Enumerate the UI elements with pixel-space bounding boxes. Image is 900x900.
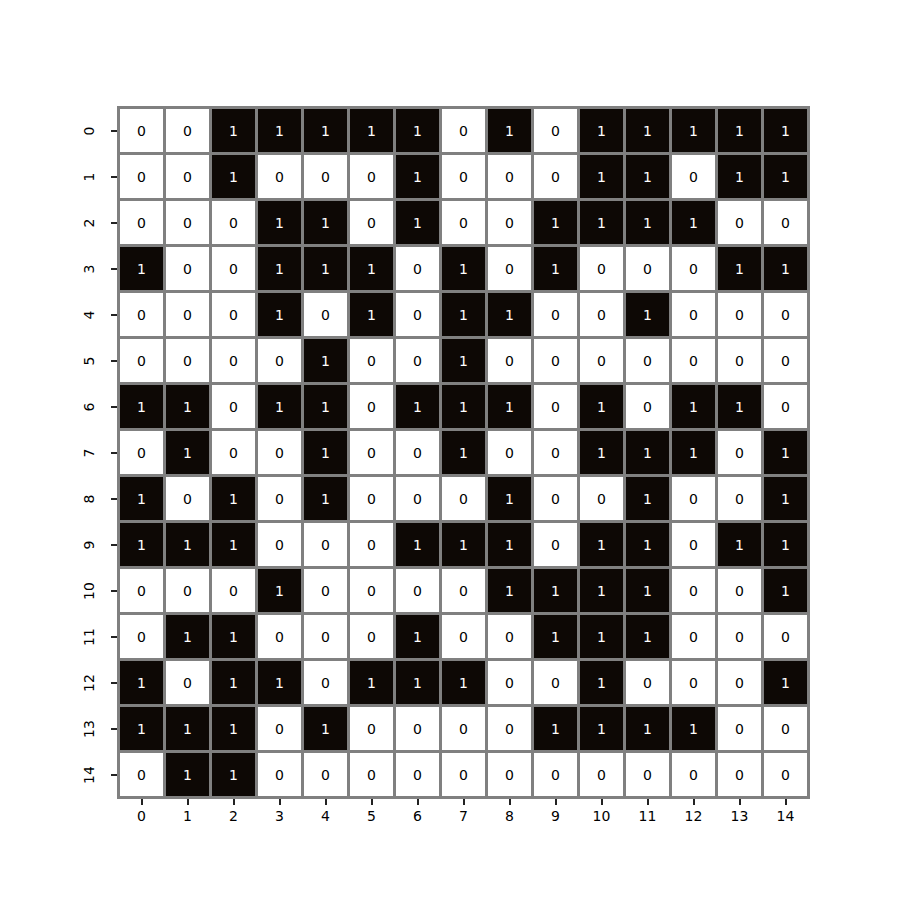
grid-cell-r1c8: 0 [488, 155, 531, 198]
grid-cell-r8c11: 1 [626, 477, 669, 520]
grid-cell-r4c3: 1 [258, 293, 301, 336]
grid-cell-r3c12: 0 [672, 247, 715, 290]
grid-cell-r14c9: 0 [534, 753, 577, 796]
grid-cell-r2c11: 1 [626, 201, 669, 244]
grid-cell-r14c11: 0 [626, 753, 669, 796]
col-tick-1 [187, 799, 189, 805]
grid-cell-r6c0: 1 [120, 385, 163, 428]
grid-cell-r12c9: 0 [534, 661, 577, 704]
grid-cell-r9c3: 0 [258, 523, 301, 566]
grid-cell-r9c11: 1 [626, 523, 669, 566]
grid-cell-r8c12: 0 [672, 477, 715, 520]
grid-cell-r3c5: 1 [350, 247, 393, 290]
grid-cell-r3c10: 0 [580, 247, 623, 290]
col-label-14: 14 [770, 807, 802, 825]
row-label-7: 7 [81, 438, 97, 468]
grid-cell-r9c9: 0 [534, 523, 577, 566]
grid-cell-r8c10: 0 [580, 477, 623, 520]
col-label-5: 5 [356, 807, 388, 825]
grid-cell-r14c14: 0 [764, 753, 807, 796]
grid-cell-r10c6: 0 [396, 569, 439, 612]
grid-cell-r10c3: 1 [258, 569, 301, 612]
grid-cell-r4c14: 0 [764, 293, 807, 336]
grid-cell-r0c4: 1 [304, 109, 347, 152]
figure-canvas: 0011111010111110010001000110110001101001… [0, 0, 900, 900]
row-label-8: 8 [81, 484, 97, 514]
grid-cell-r7c5: 0 [350, 431, 393, 474]
grid-cell-r6c1: 1 [166, 385, 209, 428]
grid-cell-r4c6: 0 [396, 293, 439, 336]
grid-cell-r0c2: 1 [212, 109, 255, 152]
col-tick-7 [463, 799, 465, 805]
grid-cell-r7c8: 0 [488, 431, 531, 474]
grid-cell-r9c12: 0 [672, 523, 715, 566]
row-label-0: 0 [81, 116, 97, 146]
grid-cell-r12c0: 1 [120, 661, 163, 704]
grid-cell-r8c7: 0 [442, 477, 485, 520]
grid-cell-r14c12: 0 [672, 753, 715, 796]
row-label-10: 10 [81, 576, 97, 606]
grid-cell-r0c13: 1 [718, 109, 761, 152]
row-label-9: 9 [81, 530, 97, 560]
grid-cell-r4c8: 1 [488, 293, 531, 336]
grid-cell-r2c3: 1 [258, 201, 301, 244]
grid-cell-r8c2: 1 [212, 477, 255, 520]
grid-cell-r2c0: 0 [120, 201, 163, 244]
col-label-2: 2 [218, 807, 250, 825]
row-tick-12 [111, 682, 117, 684]
grid-cell-r13c12: 1 [672, 707, 715, 750]
col-tick-10 [601, 799, 603, 805]
row-tick-5 [111, 360, 117, 362]
grid-cell-r11c7: 0 [442, 615, 485, 658]
row-tick-3 [111, 268, 117, 270]
grid-cell-r14c5: 0 [350, 753, 393, 796]
grid-cell-r1c11: 1 [626, 155, 669, 198]
col-tick-9 [555, 799, 557, 805]
grid-cell-r12c14: 1 [764, 661, 807, 704]
col-label-13: 13 [724, 807, 756, 825]
grid-cell-r4c12: 0 [672, 293, 715, 336]
grid-cell-r8c5: 0 [350, 477, 393, 520]
grid-cell-r5c10: 0 [580, 339, 623, 382]
grid-cell-r7c2: 0 [212, 431, 255, 474]
grid-cell-r7c9: 0 [534, 431, 577, 474]
row-tick-10 [111, 590, 117, 592]
grid-cell-r13c4: 1 [304, 707, 347, 750]
grid-cell-r6c11: 0 [626, 385, 669, 428]
grid-cell-r6c12: 1 [672, 385, 715, 428]
grid-cell-r14c7: 0 [442, 753, 485, 796]
grid-cell-r1c12: 0 [672, 155, 715, 198]
grid-cell-r3c2: 0 [212, 247, 255, 290]
grid-cell-r10c13: 0 [718, 569, 761, 612]
grid-cell-r5c9: 0 [534, 339, 577, 382]
grid-cell-r9c0: 1 [120, 523, 163, 566]
grid-cell-r11c12: 0 [672, 615, 715, 658]
col-tick-12 [693, 799, 695, 805]
col-label-3: 3 [264, 807, 296, 825]
grid-cell-r3c11: 0 [626, 247, 669, 290]
col-tick-2 [233, 799, 235, 805]
grid-cell-r12c8: 0 [488, 661, 531, 704]
grid-cell-r3c8: 0 [488, 247, 531, 290]
grid-cell-r7c1: 1 [166, 431, 209, 474]
grid-cell-r0c5: 1 [350, 109, 393, 152]
grid-cell-r0c1: 0 [166, 109, 209, 152]
row-tick-2 [111, 222, 117, 224]
grid-cell-r9c7: 1 [442, 523, 485, 566]
grid-cell-r2c8: 0 [488, 201, 531, 244]
grid-cell-r0c7: 0 [442, 109, 485, 152]
grid-cell-r0c12: 1 [672, 109, 715, 152]
grid-cell-r9c13: 1 [718, 523, 761, 566]
grid-cell-r0c9: 0 [534, 109, 577, 152]
grid-cell-r12c13: 0 [718, 661, 761, 704]
grid-cell-r0c11: 1 [626, 109, 669, 152]
grid-cell-r10c8: 1 [488, 569, 531, 612]
grid-cell-r4c0: 0 [120, 293, 163, 336]
col-label-4: 4 [310, 807, 342, 825]
row-tick-8 [111, 498, 117, 500]
col-tick-0 [141, 799, 143, 805]
col-label-10: 10 [586, 807, 618, 825]
grid-cell-r3c13: 1 [718, 247, 761, 290]
grid-cell-r10c9: 1 [534, 569, 577, 612]
col-tick-6 [417, 799, 419, 805]
grid-cell-r7c6: 0 [396, 431, 439, 474]
row-tick-6 [111, 406, 117, 408]
grid-cell-r13c11: 1 [626, 707, 669, 750]
grid-cell-r11c0: 0 [120, 615, 163, 658]
grid-cell-r13c2: 1 [212, 707, 255, 750]
grid-cell-r14c0: 0 [120, 753, 163, 796]
grid-cell-r4c10: 0 [580, 293, 623, 336]
grid-cell-r6c5: 0 [350, 385, 393, 428]
row-label-5: 5 [81, 346, 97, 376]
grid-cell-r3c7: 1 [442, 247, 485, 290]
grid-cell-r12c2: 1 [212, 661, 255, 704]
grid-cell-r13c6: 0 [396, 707, 439, 750]
grid-cell-r8c1: 0 [166, 477, 209, 520]
grid-cell-r6c9: 0 [534, 385, 577, 428]
grid-cell-r3c9: 1 [534, 247, 577, 290]
col-label-1: 1 [172, 807, 204, 825]
grid-cell-r0c14: 1 [764, 109, 807, 152]
row-label-12: 12 [81, 668, 97, 698]
grid-cell-r6c3: 1 [258, 385, 301, 428]
row-label-2: 2 [81, 208, 97, 238]
grid-cell-r6c6: 1 [396, 385, 439, 428]
grid-cell-r3c0: 1 [120, 247, 163, 290]
col-tick-5 [371, 799, 373, 805]
row-tick-1 [111, 176, 117, 178]
grid-cell-r5c12: 0 [672, 339, 715, 382]
grid-cell-r8c4: 1 [304, 477, 347, 520]
grid-cell-r8c9: 0 [534, 477, 577, 520]
grid-cell-r1c13: 1 [718, 155, 761, 198]
grid-cell-r2c9: 1 [534, 201, 577, 244]
grid-cell-r10c4: 0 [304, 569, 347, 612]
grid-cell-r4c7: 1 [442, 293, 485, 336]
row-label-4: 4 [81, 300, 97, 330]
grid-cell-r5c14: 0 [764, 339, 807, 382]
grid-cell-r11c8: 0 [488, 615, 531, 658]
grid-cell-r3c6: 0 [396, 247, 439, 290]
grid-cell-r6c14: 0 [764, 385, 807, 428]
grid-cell-r6c13: 1 [718, 385, 761, 428]
grid-cell-r2c2: 0 [212, 201, 255, 244]
board-grid: 0011111010111110010001000110110001101001… [117, 106, 810, 799]
grid-cell-r1c7: 0 [442, 155, 485, 198]
grid-cell-r7c12: 1 [672, 431, 715, 474]
row-tick-14 [111, 774, 117, 776]
grid-cell-r9c10: 1 [580, 523, 623, 566]
grid-cell-r2c10: 1 [580, 201, 623, 244]
grid-cell-r12c11: 0 [626, 661, 669, 704]
grid-cell-r14c10: 0 [580, 753, 623, 796]
grid-cell-r6c4: 1 [304, 385, 347, 428]
col-label-8: 8 [494, 807, 526, 825]
grid-cell-r1c0: 0 [120, 155, 163, 198]
grid-cell-r4c9: 0 [534, 293, 577, 336]
row-label-11: 11 [81, 622, 97, 652]
grid-cell-r4c4: 0 [304, 293, 347, 336]
col-tick-4 [325, 799, 327, 805]
grid-cell-r11c3: 0 [258, 615, 301, 658]
grid-cell-r9c2: 1 [212, 523, 255, 566]
col-label-11: 11 [632, 807, 664, 825]
grid-cell-r11c1: 1 [166, 615, 209, 658]
grid-cell-r13c13: 0 [718, 707, 761, 750]
grid-cell-r3c3: 1 [258, 247, 301, 290]
col-tick-3 [279, 799, 281, 805]
grid-cell-r0c8: 1 [488, 109, 531, 152]
grid-cell-r9c5: 0 [350, 523, 393, 566]
grid-cell-r14c1: 1 [166, 753, 209, 796]
row-tick-4 [111, 314, 117, 316]
grid-cell-r7c11: 1 [626, 431, 669, 474]
grid-cell-r10c12: 0 [672, 569, 715, 612]
grid-cell-r4c11: 1 [626, 293, 669, 336]
grid-cell-r11c5: 0 [350, 615, 393, 658]
grid-cell-r4c13: 0 [718, 293, 761, 336]
grid-cell-r7c14: 1 [764, 431, 807, 474]
grid-cell-r12c5: 1 [350, 661, 393, 704]
grid-cell-r13c3: 0 [258, 707, 301, 750]
grid-cell-r1c4: 0 [304, 155, 347, 198]
grid-cell-r9c4: 0 [304, 523, 347, 566]
row-label-14: 14 [81, 760, 97, 790]
grid-cell-r10c0: 0 [120, 569, 163, 612]
col-label-6: 6 [402, 807, 434, 825]
grid-cell-r5c2: 0 [212, 339, 255, 382]
grid-cell-r9c1: 1 [166, 523, 209, 566]
grid-cell-r2c4: 1 [304, 201, 347, 244]
grid-cell-r10c7: 0 [442, 569, 485, 612]
grid-cell-r4c2: 0 [212, 293, 255, 336]
grid-cell-r5c3: 0 [258, 339, 301, 382]
grid-cell-r6c2: 0 [212, 385, 255, 428]
grid-cell-r1c5: 0 [350, 155, 393, 198]
grid-cell-r1c3: 0 [258, 155, 301, 198]
grid-cell-r1c2: 1 [212, 155, 255, 198]
grid-cell-r14c6: 0 [396, 753, 439, 796]
grid-cell-r10c14: 1 [764, 569, 807, 612]
row-label-3: 3 [81, 254, 97, 284]
grid-cell-r1c1: 0 [166, 155, 209, 198]
grid-cell-r2c7: 0 [442, 201, 485, 244]
grid-cell-r11c13: 0 [718, 615, 761, 658]
col-tick-11 [647, 799, 649, 805]
grid-cell-r9c8: 1 [488, 523, 531, 566]
grid-cell-r6c8: 1 [488, 385, 531, 428]
grid-cell-r1c9: 0 [534, 155, 577, 198]
grid-cell-r11c11: 1 [626, 615, 669, 658]
grid-cell-r13c7: 0 [442, 707, 485, 750]
grid-cell-r13c8: 0 [488, 707, 531, 750]
grid-cell-r5c6: 0 [396, 339, 439, 382]
grid-cell-r7c3: 0 [258, 431, 301, 474]
grid-cell-r1c10: 1 [580, 155, 623, 198]
grid-cell-r8c8: 1 [488, 477, 531, 520]
grid-cell-r12c3: 1 [258, 661, 301, 704]
grid-cell-r3c14: 1 [764, 247, 807, 290]
grid-cell-r14c4: 0 [304, 753, 347, 796]
col-tick-14 [785, 799, 787, 805]
grid-cell-r13c9: 1 [534, 707, 577, 750]
grid-cell-r5c0: 0 [120, 339, 163, 382]
grid-cell-r5c8: 0 [488, 339, 531, 382]
grid-cell-r4c1: 0 [166, 293, 209, 336]
row-tick-7 [111, 452, 117, 454]
grid-cell-r13c1: 1 [166, 707, 209, 750]
grid-cell-r11c4: 0 [304, 615, 347, 658]
grid-cell-r7c0: 0 [120, 431, 163, 474]
grid-cell-r13c0: 1 [120, 707, 163, 750]
grid-cell-r5c11: 0 [626, 339, 669, 382]
grid-cell-r0c3: 1 [258, 109, 301, 152]
row-tick-13 [111, 728, 117, 730]
grid-cell-r8c13: 0 [718, 477, 761, 520]
row-label-13: 13 [81, 714, 97, 744]
grid-cell-r12c10: 1 [580, 661, 623, 704]
col-label-9: 9 [540, 807, 572, 825]
row-label-1: 1 [81, 162, 97, 192]
grid-cell-r14c8: 0 [488, 753, 531, 796]
grid-cell-r1c14: 1 [764, 155, 807, 198]
row-tick-11 [111, 636, 117, 638]
grid-cell-r2c6: 1 [396, 201, 439, 244]
col-label-12: 12 [678, 807, 710, 825]
grid-cell-r3c4: 1 [304, 247, 347, 290]
row-label-6: 6 [81, 392, 97, 422]
grid-cell-r14c2: 1 [212, 753, 255, 796]
grid-cell-r8c6: 0 [396, 477, 439, 520]
grid-cell-r0c6: 1 [396, 109, 439, 152]
grid-cell-r7c13: 0 [718, 431, 761, 474]
grid-cell-r10c5: 0 [350, 569, 393, 612]
grid-cell-r4c5: 1 [350, 293, 393, 336]
grid-cell-r6c7: 1 [442, 385, 485, 428]
grid-cell-r5c5: 0 [350, 339, 393, 382]
grid-cell-r11c14: 0 [764, 615, 807, 658]
row-tick-9 [111, 544, 117, 546]
row-tick-0 [111, 130, 117, 132]
grid-cell-r11c2: 1 [212, 615, 255, 658]
grid-cell-r2c14: 0 [764, 201, 807, 244]
grid-cell-r2c12: 1 [672, 201, 715, 244]
grid-cell-r2c5: 0 [350, 201, 393, 244]
grid-cell-r6c10: 1 [580, 385, 623, 428]
grid-cell-r10c10: 1 [580, 569, 623, 612]
grid-cell-r8c0: 1 [120, 477, 163, 520]
col-tick-13 [739, 799, 741, 805]
grid-cell-r5c4: 1 [304, 339, 347, 382]
grid-cell-r8c3: 0 [258, 477, 301, 520]
grid-cell-r1c6: 1 [396, 155, 439, 198]
grid-cell-r12c6: 1 [396, 661, 439, 704]
grid-cell-r7c4: 1 [304, 431, 347, 474]
grid-cell-r10c1: 0 [166, 569, 209, 612]
grid-cell-r10c11: 1 [626, 569, 669, 612]
col-tick-8 [509, 799, 511, 805]
grid-cell-r5c13: 0 [718, 339, 761, 382]
grid-cell-r13c10: 1 [580, 707, 623, 750]
grid-cell-r14c3: 0 [258, 753, 301, 796]
grid-cell-r5c7: 1 [442, 339, 485, 382]
grid-cell-r12c12: 0 [672, 661, 715, 704]
grid-cell-r9c6: 1 [396, 523, 439, 566]
grid-cell-r0c10: 1 [580, 109, 623, 152]
grid-cell-r11c6: 1 [396, 615, 439, 658]
grid-cell-r12c1: 0 [166, 661, 209, 704]
grid-cell-r8c14: 1 [764, 477, 807, 520]
grid-cell-r13c14: 0 [764, 707, 807, 750]
grid-cell-r14c13: 0 [718, 753, 761, 796]
grid-cell-r12c4: 0 [304, 661, 347, 704]
grid-cell-r5c1: 0 [166, 339, 209, 382]
grid-cell-r11c10: 1 [580, 615, 623, 658]
grid-cell-r10c2: 0 [212, 569, 255, 612]
grid-cell-r13c5: 0 [350, 707, 393, 750]
grid-cell-r7c7: 1 [442, 431, 485, 474]
grid-cell-r9c14: 1 [764, 523, 807, 566]
grid-cell-r0c0: 0 [120, 109, 163, 152]
grid-cell-r12c7: 1 [442, 661, 485, 704]
col-label-7: 7 [448, 807, 480, 825]
grid-cell-r3c1: 0 [166, 247, 209, 290]
grid-cell-r11c9: 1 [534, 615, 577, 658]
col-label-0: 0 [126, 807, 158, 825]
grid-cell-r2c13: 0 [718, 201, 761, 244]
grid-cell-r7c10: 1 [580, 431, 623, 474]
grid-cell-r2c1: 0 [166, 201, 209, 244]
